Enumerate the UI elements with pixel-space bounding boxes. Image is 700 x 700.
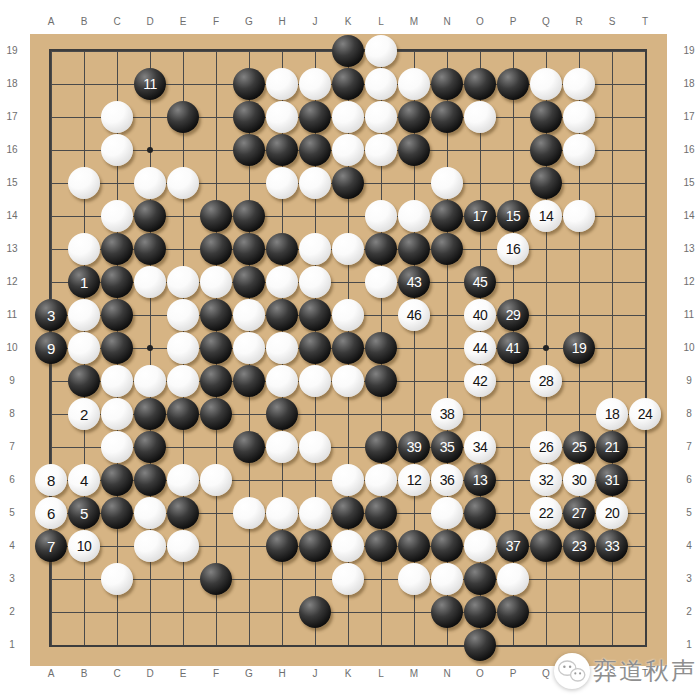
stone-M13	[398, 233, 430, 265]
stone-A4: 7	[35, 530, 67, 562]
move-number-label: 19	[572, 341, 587, 355]
stone-R17	[563, 101, 595, 133]
row-label-right: 7	[677, 441, 700, 453]
stone-B8: 2	[68, 398, 100, 430]
move-number-label: 10	[77, 539, 92, 553]
stone-J7	[299, 431, 331, 463]
move-number-label: 43	[407, 275, 422, 289]
stone-D13	[134, 233, 166, 265]
stone-C13	[101, 233, 133, 265]
move-number-label: 44	[473, 341, 488, 355]
move-number-label: 15	[506, 209, 521, 223]
stone-O18	[464, 68, 496, 100]
stone-R7: 25	[563, 431, 595, 463]
move-number-label: 8	[47, 473, 55, 488]
stone-E17	[167, 101, 199, 133]
stone-M18	[398, 68, 430, 100]
stone-G14	[233, 200, 265, 232]
stone-G16	[233, 134, 265, 166]
stone-L16	[365, 134, 397, 166]
stone-M17	[398, 101, 430, 133]
stone-E11	[167, 299, 199, 331]
move-number-label: 36	[440, 473, 455, 487]
stone-G17	[233, 101, 265, 133]
stone-A5: 6	[35, 497, 67, 529]
stone-H17	[266, 101, 298, 133]
stone-B10	[68, 332, 100, 364]
stone-N18	[431, 68, 463, 100]
column-label-top: S	[600, 16, 624, 28]
row-label-left: 19	[0, 45, 24, 57]
stone-O14: 17	[464, 200, 496, 232]
row-label-left: 1	[0, 639, 24, 651]
stone-M16	[398, 134, 430, 166]
row-label-left: 3	[0, 573, 24, 585]
column-label-top: R	[567, 16, 591, 28]
row-label-left: 9	[0, 375, 24, 387]
move-number-label: 24	[638, 407, 653, 421]
stone-K11	[332, 299, 364, 331]
column-label-top: Q	[534, 16, 558, 28]
stone-F8	[200, 398, 232, 430]
move-number-label: 39	[407, 440, 422, 454]
move-number-label: 28	[539, 374, 554, 388]
stone-K10	[332, 332, 364, 364]
row-label-right: 12	[677, 276, 700, 288]
row-label-right: 6	[677, 474, 700, 486]
stone-D8	[134, 398, 166, 430]
move-number-label: 6	[47, 506, 55, 521]
stone-Q7: 26	[530, 431, 562, 463]
stone-J13	[299, 233, 331, 265]
stone-D15	[134, 167, 166, 199]
stone-H12	[266, 266, 298, 298]
row-label-right: 8	[677, 408, 700, 420]
move-number-label: 42	[473, 374, 488, 388]
stone-J2	[299, 596, 331, 628]
move-number-label: 18	[605, 407, 620, 421]
row-label-left: 18	[0, 78, 24, 90]
move-number-label: 35	[440, 440, 455, 454]
stone-N3	[431, 563, 463, 595]
move-number-label: 34	[473, 440, 488, 454]
stone-E8	[167, 398, 199, 430]
stone-H15	[266, 167, 298, 199]
move-number-label: 26	[539, 440, 554, 454]
move-number-label: 40	[473, 308, 488, 322]
stone-L17	[365, 101, 397, 133]
move-number-label: 38	[440, 407, 455, 421]
stone-O1	[464, 629, 496, 661]
watermark: 弈道秋声	[553, 652, 697, 690]
move-number-label: 17	[473, 209, 488, 223]
stone-O7: 34	[464, 431, 496, 463]
stone-N8: 38	[431, 398, 463, 430]
move-number-label: 46	[407, 308, 422, 322]
row-label-left: 16	[0, 144, 24, 156]
stone-Q4	[530, 530, 562, 562]
move-number-label: 45	[473, 275, 488, 289]
column-label-top: M	[402, 16, 426, 28]
column-label-top: H	[270, 16, 294, 28]
stone-R18	[563, 68, 595, 100]
stone-G10	[233, 332, 265, 364]
stone-K5	[332, 497, 364, 529]
row-label-left: 13	[0, 243, 24, 255]
stone-N15	[431, 167, 463, 199]
row-label-right: 17	[677, 111, 700, 123]
stone-G7	[233, 431, 265, 463]
stone-B15	[68, 167, 100, 199]
stone-M12: 43	[398, 266, 430, 298]
stone-R6: 30	[563, 464, 595, 496]
stone-R10: 19	[563, 332, 595, 364]
stone-H5	[266, 497, 298, 529]
row-label-left: 15	[0, 177, 24, 189]
stone-D14	[134, 200, 166, 232]
stone-Q6: 32	[530, 464, 562, 496]
stone-S8: 18	[596, 398, 628, 430]
column-label-top: F	[204, 16, 228, 28]
stone-H9	[266, 365, 298, 397]
stone-B13	[68, 233, 100, 265]
stone-C5	[101, 497, 133, 529]
stone-G11	[233, 299, 265, 331]
stone-L9	[365, 365, 397, 397]
move-number-label: 7	[47, 539, 55, 554]
stone-O11: 40	[464, 299, 496, 331]
stone-T8: 24	[629, 398, 661, 430]
stone-G13	[233, 233, 265, 265]
row-label-right: 15	[677, 177, 700, 189]
row-label-left: 4	[0, 540, 24, 552]
row-label-right: 16	[677, 144, 700, 156]
stone-S7: 21	[596, 431, 628, 463]
stone-L18	[365, 68, 397, 100]
row-label-right: 9	[677, 375, 700, 387]
column-label-top: E	[171, 16, 195, 28]
stone-C11	[101, 299, 133, 331]
stone-K4	[332, 530, 364, 562]
column-label-bottom: A	[39, 668, 63, 680]
stone-K3	[332, 563, 364, 595]
stone-H8	[266, 398, 298, 430]
row-label-left: 8	[0, 408, 24, 420]
stone-N6: 36	[431, 464, 463, 496]
stone-E6	[167, 464, 199, 496]
row-label-left: 11	[0, 309, 24, 321]
stone-L12	[365, 266, 397, 298]
star-point	[147, 345, 153, 351]
column-label-bottom: C	[105, 668, 129, 680]
stone-L14	[365, 200, 397, 232]
stone-H18	[266, 68, 298, 100]
move-number-label: 32	[539, 473, 554, 487]
move-number-label: 1	[80, 275, 88, 290]
stone-E15	[167, 167, 199, 199]
stone-D4	[134, 530, 166, 562]
stone-M3	[398, 563, 430, 595]
row-label-right: 18	[677, 78, 700, 90]
move-number-label: 3	[47, 308, 55, 323]
row-label-left: 5	[0, 507, 24, 519]
column-label-bottom: H	[270, 668, 294, 680]
column-label-top: J	[303, 16, 327, 28]
stone-L7	[365, 431, 397, 463]
move-number-label: 2	[80, 407, 88, 422]
stone-Q15	[530, 167, 562, 199]
stone-J18	[299, 68, 331, 100]
stone-D18: 11	[134, 68, 166, 100]
stone-H13	[266, 233, 298, 265]
stone-R14	[563, 200, 595, 232]
stone-K6	[332, 464, 364, 496]
column-label-bottom: P	[501, 668, 525, 680]
stone-F13	[200, 233, 232, 265]
move-number-label: 20	[605, 506, 620, 520]
row-label-right: 14	[677, 210, 700, 222]
column-label-top: A	[39, 16, 63, 28]
stone-D7	[134, 431, 166, 463]
stone-B9	[68, 365, 100, 397]
stone-K17	[332, 101, 364, 133]
stone-E4	[167, 530, 199, 562]
column-label-bottom: J	[303, 668, 327, 680]
column-label-bottom: L	[369, 668, 393, 680]
stone-L5	[365, 497, 397, 529]
stone-J12	[299, 266, 331, 298]
stone-P10: 41	[497, 332, 529, 364]
stone-L13	[365, 233, 397, 265]
stone-D12	[134, 266, 166, 298]
row-label-left: 6	[0, 474, 24, 486]
stone-N14	[431, 200, 463, 232]
stone-L4	[365, 530, 397, 562]
stone-C17	[101, 101, 133, 133]
row-label-right: 10	[677, 342, 700, 354]
stone-O17	[464, 101, 496, 133]
row-label-right: 3	[677, 573, 700, 585]
row-label-left: 10	[0, 342, 24, 354]
stone-G9	[233, 365, 265, 397]
stone-O3	[464, 563, 496, 595]
stone-P11: 29	[497, 299, 529, 331]
stone-C16	[101, 134, 133, 166]
stone-O2	[464, 596, 496, 628]
stone-O10: 44	[464, 332, 496, 364]
stone-G18	[233, 68, 265, 100]
stone-K9	[332, 365, 364, 397]
stone-A11: 3	[35, 299, 67, 331]
column-label-bottom: D	[138, 668, 162, 680]
stone-Q14: 14	[530, 200, 562, 232]
stone-C7	[101, 431, 133, 463]
column-label-bottom: B	[72, 668, 96, 680]
stone-N2	[431, 596, 463, 628]
stone-F12	[200, 266, 232, 298]
stone-J4	[299, 530, 331, 562]
stone-P3	[497, 563, 529, 595]
stone-J16	[299, 134, 331, 166]
stone-M11: 46	[398, 299, 430, 331]
column-label-bottom: K	[336, 668, 360, 680]
stone-F3	[200, 563, 232, 595]
column-label-bottom: M	[402, 668, 426, 680]
stone-H11	[266, 299, 298, 331]
column-label-top: K	[336, 16, 360, 28]
stone-C9	[101, 365, 133, 397]
column-label-bottom: E	[171, 668, 195, 680]
stone-D5	[134, 497, 166, 529]
stone-Q5: 22	[530, 497, 562, 529]
row-label-right: 13	[677, 243, 700, 255]
stone-O9: 42	[464, 365, 496, 397]
stone-Q9: 28	[530, 365, 562, 397]
move-number-label: 22	[539, 506, 554, 520]
stone-F9	[200, 365, 232, 397]
stone-C8	[101, 398, 133, 430]
stone-O6: 13	[464, 464, 496, 496]
column-label-top: P	[501, 16, 525, 28]
stone-A6: 8	[35, 464, 67, 496]
move-number-label: 29	[506, 308, 521, 322]
move-number-label: 11	[143, 77, 157, 91]
row-label-right: 11	[677, 309, 700, 321]
stone-J11	[299, 299, 331, 331]
row-label-right: 5	[677, 507, 700, 519]
wechat-logo-icon	[553, 652, 591, 690]
move-number-label: 37	[506, 539, 521, 553]
row-label-right: 4	[677, 540, 700, 552]
stone-L10	[365, 332, 397, 364]
stone-B11	[68, 299, 100, 331]
stone-H7	[266, 431, 298, 463]
move-number-label: 5	[80, 506, 88, 521]
move-number-label: 27	[572, 506, 587, 520]
stone-M7: 39	[398, 431, 430, 463]
stone-N4	[431, 530, 463, 562]
stone-C3	[101, 563, 133, 595]
stone-F14	[200, 200, 232, 232]
stone-P13: 16	[497, 233, 529, 265]
move-number-label: 30	[572, 473, 587, 487]
stone-H10	[266, 332, 298, 364]
column-label-bottom: F	[204, 668, 228, 680]
row-label-left: 17	[0, 111, 24, 123]
stone-S6: 31	[596, 464, 628, 496]
stone-B5: 5	[68, 497, 100, 529]
stone-N5	[431, 497, 463, 529]
move-number-label: 14	[539, 209, 554, 223]
stone-B4: 10	[68, 530, 100, 562]
watermark-text: 弈道秋声	[593, 655, 697, 687]
stone-C10	[101, 332, 133, 364]
stone-P14: 15	[497, 200, 529, 232]
row-label-left: 2	[0, 606, 24, 618]
stone-K18	[332, 68, 364, 100]
stone-O4	[464, 530, 496, 562]
stone-E10	[167, 332, 199, 364]
stone-H16	[266, 134, 298, 166]
stone-J10	[299, 332, 331, 364]
stone-M14	[398, 200, 430, 232]
column-label-top: G	[237, 16, 261, 28]
stone-H4	[266, 530, 298, 562]
stone-M4	[398, 530, 430, 562]
column-label-top: L	[369, 16, 393, 28]
column-label-top: B	[72, 16, 96, 28]
stone-F6	[200, 464, 232, 496]
go-diagram-page: 1117151416143453464029944411942282381824…	[0, 0, 700, 700]
row-label-right: 19	[677, 45, 700, 57]
stone-F10	[200, 332, 232, 364]
stone-K13	[332, 233, 364, 265]
stone-N13	[431, 233, 463, 265]
stone-L19	[365, 35, 397, 67]
column-label-top: N	[435, 16, 459, 28]
stone-C12	[101, 266, 133, 298]
stone-R5: 27	[563, 497, 595, 529]
stone-M6: 12	[398, 464, 430, 496]
stone-E5	[167, 497, 199, 529]
stone-L6	[365, 464, 397, 496]
stone-G12	[233, 266, 265, 298]
move-number-label: 13	[473, 473, 488, 487]
stone-Q17	[530, 101, 562, 133]
stone-P4: 37	[497, 530, 529, 562]
stone-K15	[332, 167, 364, 199]
stone-C14	[101, 200, 133, 232]
row-label-left: 14	[0, 210, 24, 222]
star-point	[543, 345, 549, 351]
stone-D6	[134, 464, 166, 496]
row-label-right: 1	[677, 639, 700, 651]
stone-Q16	[530, 134, 562, 166]
stone-N7: 35	[431, 431, 463, 463]
stone-B12: 1	[68, 266, 100, 298]
move-number-label: 4	[80, 473, 88, 488]
move-number-label: 41	[506, 341, 521, 355]
stone-P2	[497, 596, 529, 628]
stone-B6: 4	[68, 464, 100, 496]
stone-J15	[299, 167, 331, 199]
move-number-label: 16	[506, 242, 521, 256]
stone-O5	[464, 497, 496, 529]
stone-K19	[332, 35, 364, 67]
row-label-right: 2	[677, 606, 700, 618]
column-label-top: T	[633, 16, 657, 28]
stone-P18	[497, 68, 529, 100]
move-number-label: 33	[605, 539, 620, 553]
stone-C6	[101, 464, 133, 496]
move-number-label: 9	[47, 341, 55, 356]
stone-R4: 23	[563, 530, 595, 562]
column-label-top: D	[138, 16, 162, 28]
stone-G5	[233, 497, 265, 529]
stone-S4: 33	[596, 530, 628, 562]
stone-F11	[200, 299, 232, 331]
row-label-left: 7	[0, 441, 24, 453]
move-number-label: 31	[605, 473, 620, 487]
stone-J9	[299, 365, 331, 397]
column-label-top: C	[105, 16, 129, 28]
stone-E9	[167, 365, 199, 397]
move-number-label: 12	[407, 473, 422, 487]
stone-D9	[134, 365, 166, 397]
stone-R16	[563, 134, 595, 166]
stone-J17	[299, 101, 331, 133]
star-point	[147, 147, 153, 153]
